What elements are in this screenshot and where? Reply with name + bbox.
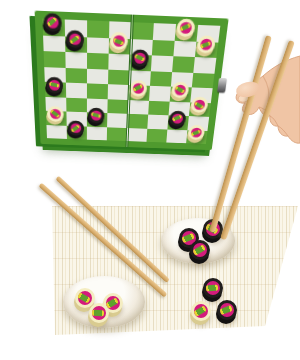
checkers-board[interactable] bbox=[35, 11, 229, 150]
square-r7c7[interactable] bbox=[186, 130, 207, 144]
square-r7c2[interactable] bbox=[87, 126, 107, 140]
square-r3c7[interactable] bbox=[192, 72, 215, 88]
square-r4c4[interactable] bbox=[128, 85, 150, 100]
square-r1c5[interactable] bbox=[152, 39, 175, 56]
square-r0c5[interactable] bbox=[153, 23, 176, 40]
square-r7c6[interactable] bbox=[166, 129, 187, 143]
square-r6c0[interactable] bbox=[46, 111, 67, 126]
square-r1c0[interactable] bbox=[43, 35, 65, 52]
square-r5c1[interactable] bbox=[66, 97, 87, 112]
square-r2c7[interactable] bbox=[193, 57, 216, 73]
white-sushi-checker[interactable] bbox=[196, 36, 216, 54]
black-sushi-checker[interactable] bbox=[130, 49, 148, 67]
black-sushi-checker[interactable] bbox=[88, 107, 105, 123]
square-r2c0[interactable] bbox=[44, 51, 66, 67]
square-r0c0[interactable] bbox=[42, 19, 65, 36]
square-r0c6[interactable] bbox=[175, 24, 198, 41]
square-r3c3[interactable] bbox=[108, 69, 130, 85]
square-r7c3[interactable] bbox=[107, 127, 127, 141]
square-r2c2[interactable] bbox=[87, 53, 109, 69]
black-sushi-checker[interactable] bbox=[66, 30, 84, 48]
square-r0c2[interactable] bbox=[87, 20, 109, 37]
white-sushi-checker[interactable] bbox=[187, 125, 205, 140]
square-r7c0[interactable] bbox=[46, 125, 66, 139]
square-r4c3[interactable] bbox=[108, 84, 129, 99]
square-r5c4[interactable] bbox=[128, 100, 149, 115]
square-r6c4[interactable] bbox=[127, 114, 148, 129]
square-r3c1[interactable] bbox=[66, 67, 87, 83]
square-r4c0[interactable] bbox=[45, 82, 66, 97]
black-sushi-checker[interactable] bbox=[217, 300, 237, 320]
black-sushi-checker[interactable] bbox=[168, 110, 186, 126]
white-sushi-checker[interactable] bbox=[190, 97, 208, 113]
square-r4c1[interactable] bbox=[66, 83, 87, 98]
square-r2c6[interactable] bbox=[172, 56, 195, 72]
sushi-checkers-scene bbox=[0, 0, 300, 360]
square-r2c1[interactable] bbox=[65, 52, 87, 68]
black-sushi-checker[interactable] bbox=[43, 13, 62, 32]
white-sushi-checker[interactable] bbox=[109, 32, 127, 50]
square-r3c2[interactable] bbox=[87, 68, 108, 84]
black-sushi-checker[interactable] bbox=[190, 240, 210, 260]
square-r1c2[interactable] bbox=[87, 37, 109, 54]
black-sushi-checker[interactable] bbox=[67, 121, 83, 137]
square-r2c4[interactable] bbox=[130, 55, 152, 71]
white-sushi-checker[interactable] bbox=[89, 303, 109, 323]
square-r0c4[interactable] bbox=[131, 22, 154, 39]
square-r7c4[interactable] bbox=[127, 128, 148, 142]
square-r2c3[interactable] bbox=[108, 54, 130, 70]
white-sushi-checker[interactable] bbox=[176, 18, 196, 37]
square-r5c3[interactable] bbox=[107, 99, 128, 114]
square-r1c6[interactable] bbox=[173, 40, 196, 57]
square-r6c6[interactable] bbox=[167, 115, 188, 130]
square-r4c5[interactable] bbox=[149, 86, 171, 101]
square-r1c1[interactable] bbox=[65, 36, 87, 53]
square-r6c2[interactable] bbox=[87, 112, 107, 127]
black-sushi-checker[interactable] bbox=[45, 76, 63, 93]
square-r5c5[interactable] bbox=[148, 100, 170, 115]
square-r4c2[interactable] bbox=[87, 83, 108, 98]
square-r6c3[interactable] bbox=[107, 113, 128, 128]
square-r1c3[interactable] bbox=[109, 38, 131, 55]
black-sushi-checker[interactable] bbox=[203, 278, 223, 298]
square-r6c5[interactable] bbox=[147, 115, 168, 130]
square-r7c5[interactable] bbox=[146, 128, 167, 142]
board-clasp-latch[interactable] bbox=[217, 78, 227, 93]
white-sushi-checker[interactable] bbox=[46, 106, 63, 122]
square-r4c6[interactable] bbox=[170, 87, 192, 102]
square-r3c5[interactable] bbox=[150, 71, 172, 87]
white-sushi-checker[interactable] bbox=[171, 81, 189, 98]
white-sushi-checker[interactable] bbox=[191, 301, 211, 321]
square-r1c7[interactable] bbox=[195, 41, 218, 58]
square-r5c7[interactable] bbox=[189, 102, 211, 117]
square-r2c5[interactable] bbox=[151, 55, 174, 71]
white-sushi-checker[interactable] bbox=[129, 80, 147, 97]
square-r7c1[interactable] bbox=[67, 125, 87, 139]
